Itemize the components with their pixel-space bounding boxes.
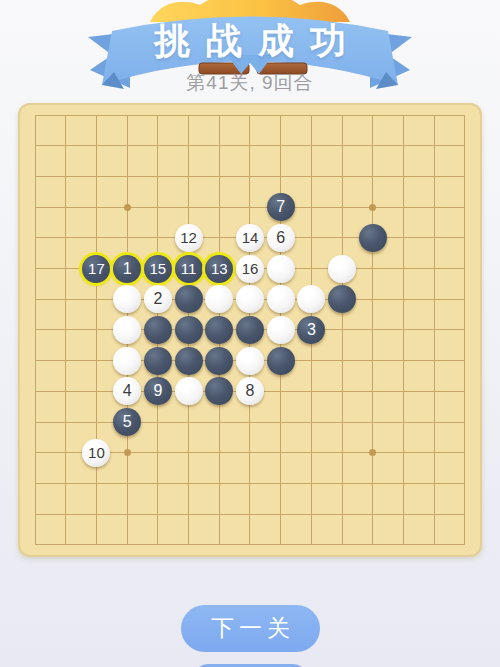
stone-move-number: 4 xyxy=(123,377,132,405)
stone-black xyxy=(205,347,233,375)
stone-white xyxy=(205,285,233,313)
stone-white-6: 6 xyxy=(267,224,295,252)
stone-move-number: 5 xyxy=(123,408,132,436)
stone-move-number: 6 xyxy=(276,224,285,252)
stone-move-number: 7 xyxy=(276,193,285,221)
stone-move-number: 16 xyxy=(242,255,259,283)
grid-line xyxy=(35,514,465,515)
stone-black-17: 17 xyxy=(82,255,110,283)
stone-move-number: 11 xyxy=(181,255,197,283)
stone-black xyxy=(267,347,295,375)
stone-move-number: 12 xyxy=(180,224,197,252)
grid-line xyxy=(342,115,343,545)
result-banner: 挑战成功 第41关, 9回合 xyxy=(0,0,500,103)
stone-white-4: 4 xyxy=(113,377,141,405)
stone-black-15: 15 xyxy=(144,255,172,283)
stone-black-3: 3 xyxy=(297,316,325,344)
stone-white xyxy=(297,285,325,313)
gomoku-board[interactable]: 7121461711511131623498510 xyxy=(18,103,482,557)
stone-black xyxy=(175,285,203,313)
stone-black xyxy=(328,285,356,313)
stone-white-16: 16 xyxy=(236,255,264,283)
stone-black xyxy=(205,377,233,405)
star-point xyxy=(124,449,131,456)
stone-move-number: 3 xyxy=(307,316,316,344)
stone-white xyxy=(175,377,203,405)
stone-move-number: 13 xyxy=(211,255,228,283)
stone-move-number: 17 xyxy=(88,255,105,283)
stone-white xyxy=(113,347,141,375)
star-point xyxy=(124,204,131,211)
stone-white xyxy=(267,316,295,344)
stone-white xyxy=(113,285,141,313)
star-point xyxy=(369,449,376,456)
stone-black-9: 9 xyxy=(144,377,172,405)
banner-title: 挑战成功 xyxy=(0,22,500,60)
stone-white xyxy=(236,347,264,375)
star-point xyxy=(369,204,376,211)
stone-move-number: 15 xyxy=(150,255,167,283)
stone-black xyxy=(144,347,172,375)
grid-line xyxy=(403,115,404,545)
next-level-button[interactable]: 下一关 xyxy=(181,605,320,652)
stone-black xyxy=(205,316,233,344)
stone-black xyxy=(175,316,203,344)
stone-white-12: 12 xyxy=(175,224,203,252)
stone-black-1: 1 xyxy=(113,255,141,283)
grid-line xyxy=(35,544,465,545)
stone-white-10: 10 xyxy=(82,439,110,467)
stone-move-number: 2 xyxy=(153,285,162,313)
stone-black-5: 5 xyxy=(113,408,141,436)
stone-white-14: 14 xyxy=(236,224,264,252)
stone-black xyxy=(359,224,387,252)
stone-white-2: 2 xyxy=(144,285,172,313)
grid-line xyxy=(372,115,373,545)
grid-line xyxy=(35,483,465,484)
stone-white-8: 8 xyxy=(236,377,264,405)
stone-black xyxy=(144,316,172,344)
grid-line xyxy=(35,422,465,423)
stone-move-number: 10 xyxy=(88,439,105,467)
stone-white xyxy=(267,285,295,313)
stone-black xyxy=(175,347,203,375)
stone-black xyxy=(236,316,264,344)
stone-black-11: 11 xyxy=(175,255,203,283)
grid-line xyxy=(434,115,435,545)
stone-move-number: 8 xyxy=(246,377,255,405)
stone-black-13: 13 xyxy=(205,255,233,283)
stone-white xyxy=(267,255,295,283)
stone-black-7: 7 xyxy=(267,193,295,221)
stone-move-number: 1 xyxy=(123,255,132,283)
stone-move-number: 14 xyxy=(242,224,259,252)
stone-white xyxy=(236,285,264,313)
stone-white xyxy=(328,255,356,283)
grid-line xyxy=(464,115,465,545)
level-info: 第41关, 9回合 xyxy=(0,72,500,94)
stone-move-number: 9 xyxy=(153,377,162,405)
stone-white xyxy=(113,316,141,344)
